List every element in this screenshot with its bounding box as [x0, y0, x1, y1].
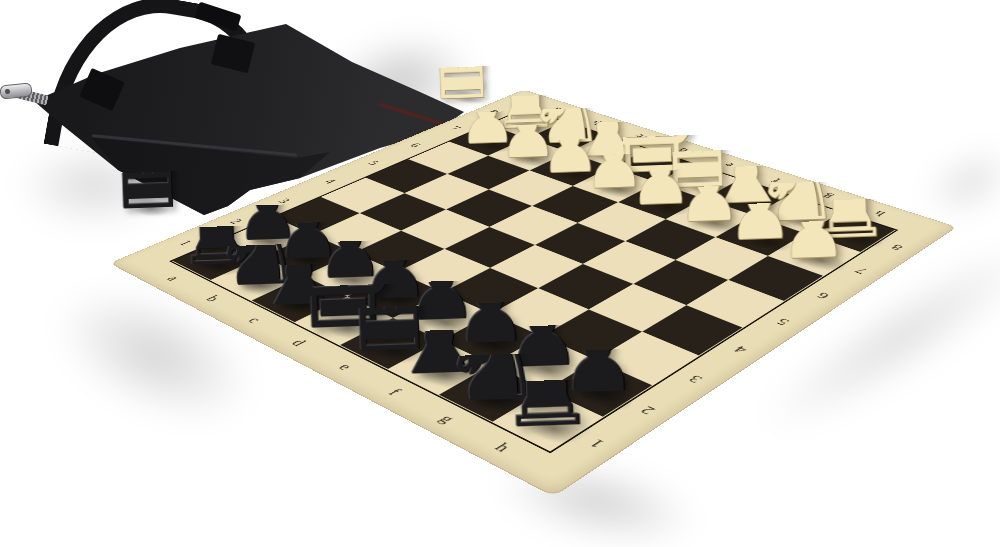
chessboard: aabbccddeeffgghh8877665544332211♜♞♝♚♛♝♞♜… — [109, 90, 957, 497]
product-photo: aabbccddeeffgghh8877665544332211♜♞♝♚♛♝♞♜… — [0, 0, 1000, 547]
board-tilt-wrapper: aabbccddeeffgghh8877665544332211♜♞♝♚♛♝♞♜… — [0, 0, 1000, 547]
